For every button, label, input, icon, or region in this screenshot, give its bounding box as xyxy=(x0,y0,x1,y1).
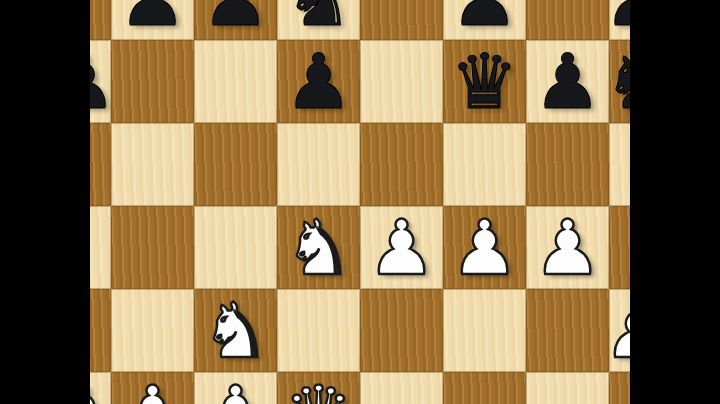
white-pawn-piece: ♟ xyxy=(118,372,186,404)
chess-board: ♟♟♞♟♟♟♟♛♟♞♞♟♟♟♞♟♟♟♟♛ xyxy=(28,0,692,404)
square-b6[interactable] xyxy=(111,40,194,123)
square-g6[interactable]: ♟ xyxy=(526,40,609,123)
square-b3[interactable] xyxy=(111,289,194,372)
square-c3[interactable]: ♞ xyxy=(194,289,277,372)
white-knight-piece: ♞ xyxy=(201,289,269,372)
square-d4[interactable]: ♞ xyxy=(277,206,360,289)
video-frame: ♟♟♞♟♟♟♟♛♟♞♞♟♟♟♞♟♟♟♟♛ xyxy=(0,0,720,404)
square-e2[interactable] xyxy=(360,372,443,404)
square-d7[interactable]: ♞ xyxy=(277,0,360,40)
square-f6[interactable]: ♛ xyxy=(443,40,526,123)
square-b2[interactable]: ♟ xyxy=(111,372,194,404)
square-b7[interactable]: ♟ xyxy=(111,0,194,40)
black-queen-piece: ♛ xyxy=(450,40,518,123)
white-pawn-piece: ♟ xyxy=(201,372,269,404)
white-pawn-piece: ♟ xyxy=(450,206,518,289)
square-e3[interactable] xyxy=(360,289,443,372)
white-pawn-piece: ♟ xyxy=(533,206,601,289)
black-pawn-piece: ♟ xyxy=(201,0,269,40)
square-g7[interactable] xyxy=(526,0,609,40)
square-c5[interactable] xyxy=(194,123,277,206)
black-pawn-piece: ♟ xyxy=(450,0,518,40)
square-f7[interactable]: ♟ xyxy=(443,0,526,40)
square-e5[interactable] xyxy=(360,123,443,206)
square-g3[interactable] xyxy=(526,289,609,372)
square-f3[interactable] xyxy=(443,289,526,372)
square-d6[interactable]: ♟ xyxy=(277,40,360,123)
square-e7[interactable] xyxy=(360,0,443,40)
letterbox-right-bar xyxy=(630,0,720,404)
square-g2[interactable] xyxy=(526,372,609,404)
square-g4[interactable]: ♟ xyxy=(526,206,609,289)
white-knight-piece: ♞ xyxy=(284,206,352,289)
square-d3[interactable] xyxy=(277,289,360,372)
square-c6[interactable] xyxy=(194,40,277,123)
square-b5[interactable] xyxy=(111,123,194,206)
square-d5[interactable] xyxy=(277,123,360,206)
black-knight-piece: ♞ xyxy=(284,0,352,40)
square-d2[interactable]: ♛ xyxy=(277,372,360,404)
square-c2[interactable]: ♟ xyxy=(194,372,277,404)
black-pawn-piece: ♟ xyxy=(533,40,601,123)
square-b4[interactable] xyxy=(111,206,194,289)
black-pawn-piece: ♟ xyxy=(284,40,352,123)
square-e6[interactable] xyxy=(360,40,443,123)
square-f5[interactable] xyxy=(443,123,526,206)
letterbox-left-bar xyxy=(0,0,90,404)
white-queen-piece: ♛ xyxy=(284,372,352,404)
square-c4[interactable] xyxy=(194,206,277,289)
square-g5[interactable] xyxy=(526,123,609,206)
black-pawn-piece: ♟ xyxy=(118,0,186,40)
square-f4[interactable]: ♟ xyxy=(443,206,526,289)
square-f2[interactable] xyxy=(443,372,526,404)
square-e4[interactable]: ♟ xyxy=(360,206,443,289)
white-pawn-piece: ♟ xyxy=(367,206,435,289)
square-c7[interactable]: ♟ xyxy=(194,0,277,40)
